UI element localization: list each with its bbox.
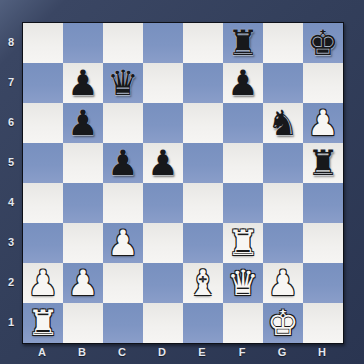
piece-white-king: ♚ bbox=[263, 303, 303, 343]
square-g3[interactable] bbox=[263, 223, 303, 263]
square-d3[interactable] bbox=[143, 223, 183, 263]
rank-label-3: 3 bbox=[0, 222, 22, 262]
square-b6[interactable]: ♟ bbox=[63, 103, 103, 143]
square-h7[interactable] bbox=[303, 63, 343, 103]
square-c3[interactable]: ♟ bbox=[103, 223, 143, 263]
square-c8[interactable] bbox=[103, 23, 143, 63]
board-frame: 87654321 ♜♚♟♛♟♟♞♟♟♟♜♟♜♟♟♝♛♟♜♚ ABCDEFGH bbox=[0, 0, 364, 364]
piece-white-pawn: ♟ bbox=[23, 263, 63, 303]
file-labels: ABCDEFGH bbox=[22, 343, 342, 364]
file-label-b: B bbox=[62, 343, 102, 364]
square-f7[interactable]: ♟ bbox=[223, 63, 263, 103]
rank-label-2: 2 bbox=[0, 262, 22, 302]
square-e2[interactable]: ♝ bbox=[183, 263, 223, 303]
piece-white-pawn: ♟ bbox=[63, 263, 103, 303]
square-c2[interactable] bbox=[103, 263, 143, 303]
piece-black-pawn: ♟ bbox=[143, 143, 183, 183]
piece-white-pawn: ♟ bbox=[303, 103, 343, 143]
piece-black-pawn: ♟ bbox=[63, 63, 103, 103]
square-h8[interactable]: ♚ bbox=[303, 23, 343, 63]
square-d8[interactable] bbox=[143, 23, 183, 63]
square-b2[interactable]: ♟ bbox=[63, 263, 103, 303]
square-g6[interactable]: ♞ bbox=[263, 103, 303, 143]
piece-white-rook: ♜ bbox=[223, 223, 263, 263]
square-a3[interactable] bbox=[23, 223, 63, 263]
piece-white-queen: ♛ bbox=[223, 263, 263, 303]
square-d7[interactable] bbox=[143, 63, 183, 103]
file-label-g: G bbox=[262, 343, 302, 364]
square-a4[interactable] bbox=[23, 183, 63, 223]
rank-label-8: 8 bbox=[0, 22, 22, 62]
file-label-h: H bbox=[302, 343, 342, 364]
chess-board: ♜♚♟♛♟♟♞♟♟♟♜♟♜♟♟♝♛♟♜♚ bbox=[22, 22, 344, 344]
file-label-c: C bbox=[102, 343, 142, 364]
piece-white-bishop: ♝ bbox=[183, 263, 223, 303]
square-e8[interactable] bbox=[183, 23, 223, 63]
square-f6[interactable] bbox=[223, 103, 263, 143]
rank-labels: 87654321 bbox=[0, 22, 22, 342]
piece-black-pawn: ♟ bbox=[63, 103, 103, 143]
square-a6[interactable] bbox=[23, 103, 63, 143]
square-h1[interactable] bbox=[303, 303, 343, 343]
square-g4[interactable] bbox=[263, 183, 303, 223]
square-f4[interactable] bbox=[223, 183, 263, 223]
piece-black-king: ♚ bbox=[303, 23, 343, 63]
square-e3[interactable] bbox=[183, 223, 223, 263]
piece-black-knight: ♞ bbox=[263, 103, 303, 143]
square-g8[interactable] bbox=[263, 23, 303, 63]
square-f5[interactable] bbox=[223, 143, 263, 183]
square-b4[interactable] bbox=[63, 183, 103, 223]
file-label-e: E bbox=[182, 343, 222, 364]
square-e6[interactable] bbox=[183, 103, 223, 143]
square-c5[interactable]: ♟ bbox=[103, 143, 143, 183]
square-c6[interactable] bbox=[103, 103, 143, 143]
square-c4[interactable] bbox=[103, 183, 143, 223]
square-f2[interactable]: ♛ bbox=[223, 263, 263, 303]
square-g1[interactable]: ♚ bbox=[263, 303, 303, 343]
square-c7[interactable]: ♛ bbox=[103, 63, 143, 103]
square-h3[interactable] bbox=[303, 223, 343, 263]
rank-label-1: 1 bbox=[0, 302, 22, 342]
square-g2[interactable]: ♟ bbox=[263, 263, 303, 303]
square-h6[interactable]: ♟ bbox=[303, 103, 343, 143]
square-g7[interactable] bbox=[263, 63, 303, 103]
square-h5[interactable]: ♜ bbox=[303, 143, 343, 183]
square-b8[interactable] bbox=[63, 23, 103, 63]
square-a8[interactable] bbox=[23, 23, 63, 63]
rank-label-4: 4 bbox=[0, 182, 22, 222]
square-f1[interactable] bbox=[223, 303, 263, 343]
square-e1[interactable] bbox=[183, 303, 223, 343]
square-a5[interactable] bbox=[23, 143, 63, 183]
rank-label-5: 5 bbox=[0, 142, 22, 182]
square-g5[interactable] bbox=[263, 143, 303, 183]
piece-black-rook: ♜ bbox=[303, 143, 343, 183]
square-c1[interactable] bbox=[103, 303, 143, 343]
square-a1[interactable]: ♜ bbox=[23, 303, 63, 343]
square-f8[interactable]: ♜ bbox=[223, 23, 263, 63]
square-b3[interactable] bbox=[63, 223, 103, 263]
file-label-a: A bbox=[22, 343, 62, 364]
square-e5[interactable] bbox=[183, 143, 223, 183]
file-label-f: F bbox=[222, 343, 262, 364]
square-f3[interactable]: ♜ bbox=[223, 223, 263, 263]
square-b1[interactable] bbox=[63, 303, 103, 343]
rank-label-7: 7 bbox=[0, 62, 22, 102]
piece-black-rook: ♜ bbox=[223, 23, 263, 63]
square-d1[interactable] bbox=[143, 303, 183, 343]
piece-white-pawn: ♟ bbox=[263, 263, 303, 303]
square-h4[interactable] bbox=[303, 183, 343, 223]
square-h2[interactable] bbox=[303, 263, 343, 303]
square-d5[interactable]: ♟ bbox=[143, 143, 183, 183]
square-a7[interactable] bbox=[23, 63, 63, 103]
file-label-d: D bbox=[142, 343, 182, 364]
square-e4[interactable] bbox=[183, 183, 223, 223]
square-b7[interactable]: ♟ bbox=[63, 63, 103, 103]
square-a2[interactable]: ♟ bbox=[23, 263, 63, 303]
square-d2[interactable] bbox=[143, 263, 183, 303]
piece-black-pawn: ♟ bbox=[103, 143, 143, 183]
piece-white-pawn: ♟ bbox=[103, 223, 143, 263]
square-b5[interactable] bbox=[63, 143, 103, 183]
square-d4[interactable] bbox=[143, 183, 183, 223]
piece-black-pawn: ♟ bbox=[223, 63, 263, 103]
rank-label-6: 6 bbox=[0, 102, 22, 142]
piece-white-rook: ♜ bbox=[23, 303, 63, 343]
square-e7[interactable] bbox=[183, 63, 223, 103]
piece-black-queen: ♛ bbox=[103, 63, 143, 103]
square-d6[interactable] bbox=[143, 103, 183, 143]
